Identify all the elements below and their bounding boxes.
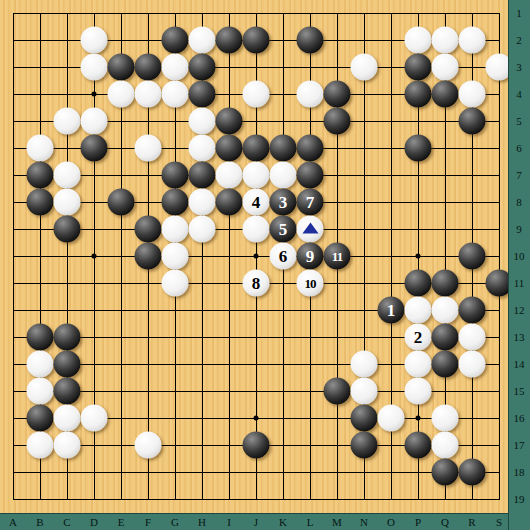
black-stone[interactable] [405,432,432,459]
white-stone[interactable] [27,378,54,405]
black-stone[interactable] [432,270,459,297]
move-number-label: 3 [279,194,288,211]
white-stone[interactable] [432,27,459,54]
black-stone[interactable] [459,459,486,486]
black-stone[interactable] [27,405,54,432]
column-label: G [171,516,179,528]
white-stone[interactable] [297,216,324,243]
row-label: 9 [516,223,522,235]
white-stone[interactable] [351,351,378,378]
white-stone[interactable] [54,189,81,216]
column-label: C [63,516,70,528]
row-label: 10 [514,250,525,262]
white-stone[interactable] [27,432,54,459]
black-stone[interactable] [162,189,189,216]
column-label: M [332,516,342,528]
row-label: 4 [516,88,522,100]
white-stone[interactable] [27,351,54,378]
move-number-label: 11 [332,250,342,263]
white-stone[interactable] [243,216,270,243]
column-label: A [9,516,17,528]
column-label: P [415,516,421,528]
white-stone[interactable] [81,27,108,54]
hoshi-point [254,416,259,421]
black-stone[interactable] [189,162,216,189]
white-stone[interactable] [432,405,459,432]
column-label: O [387,516,395,528]
hoshi-point [416,254,421,259]
grid-line-horizontal [13,499,500,500]
white-stone[interactable] [54,432,81,459]
row-label: 17 [514,439,525,451]
white-stone[interactable] [108,81,135,108]
white-stone[interactable] [432,54,459,81]
white-stone[interactable] [189,216,216,243]
white-stone[interactable] [405,297,432,324]
white-stone[interactable] [405,351,432,378]
black-stone[interactable] [459,297,486,324]
black-stone[interactable] [243,135,270,162]
row-label: 14 [514,358,525,370]
column-label: K [279,516,287,528]
white-stone[interactable] [135,432,162,459]
column-label: D [90,516,98,528]
move-number-label: 6 [279,248,288,265]
grid-line-vertical [499,13,500,500]
white-stone[interactable]: 8 [243,270,270,297]
move-number-label: 9 [306,248,315,265]
white-stone[interactable] [405,378,432,405]
row-label: 19 [514,493,525,505]
row-label: 16 [514,412,525,424]
black-stone[interactable] [324,81,351,108]
black-stone[interactable] [108,54,135,81]
white-stone[interactable] [432,297,459,324]
column-label-strip [0,513,530,530]
white-stone[interactable] [405,27,432,54]
white-stone[interactable] [135,135,162,162]
black-stone[interactable] [162,27,189,54]
white-stone[interactable] [189,135,216,162]
black-stone[interactable] [432,324,459,351]
move-number-label: 10 [305,277,316,290]
column-label: Q [441,516,449,528]
column-label: R [468,516,475,528]
black-stone[interactable] [324,108,351,135]
hoshi-point [92,254,97,259]
column-label: N [360,516,368,528]
move-number-label: 5 [279,221,288,238]
grid-line-horizontal [13,472,500,473]
black-stone[interactable] [216,108,243,135]
white-stone[interactable] [162,243,189,270]
white-stone[interactable] [432,432,459,459]
black-stone[interactable] [405,270,432,297]
black-stone[interactable] [459,108,486,135]
black-stone[interactable] [459,243,486,270]
white-stone[interactable] [459,81,486,108]
white-stone[interactable] [54,405,81,432]
black-stone[interactable] [54,324,81,351]
column-label: E [118,516,125,528]
black-stone[interactable] [189,54,216,81]
move-number-label: 1 [387,302,396,319]
move-number-label: 8 [252,275,261,292]
row-label: 2 [516,34,522,46]
black-stone[interactable] [27,324,54,351]
black-stone[interactable] [432,81,459,108]
column-label: H [198,516,206,528]
column-label: B [36,516,43,528]
black-stone[interactable] [189,81,216,108]
black-stone[interactable] [135,216,162,243]
black-stone[interactable] [81,135,108,162]
white-stone[interactable] [162,270,189,297]
white-stone[interactable] [189,108,216,135]
row-label: 7 [516,169,522,181]
move-number-label: 7 [306,194,315,211]
black-stone[interactable] [270,135,297,162]
row-label: 13 [514,331,525,343]
black-stone[interactable] [135,54,162,81]
black-stone[interactable] [297,27,324,54]
black-stone[interactable] [162,162,189,189]
white-stone[interactable] [81,108,108,135]
black-stone[interactable]: 1 [378,297,405,324]
go-board-diagram: 4375691181012 ABCDEFGHIJKLMNOPQRS1234567… [0,0,530,530]
white-stone[interactable] [243,162,270,189]
black-stone[interactable]: 9 [297,243,324,270]
row-label: 18 [514,466,525,478]
black-stone[interactable] [54,351,81,378]
white-stone[interactable] [189,189,216,216]
black-stone[interactable] [405,81,432,108]
white-stone[interactable] [351,378,378,405]
white-stone[interactable] [162,81,189,108]
black-stone[interactable] [216,27,243,54]
black-stone[interactable]: 7 [297,189,324,216]
black-stone[interactable] [27,189,54,216]
black-stone[interactable] [27,162,54,189]
move-number-label: 4 [252,194,261,211]
white-stone[interactable] [351,54,378,81]
column-label: J [254,516,258,528]
black-stone[interactable]: 3 [270,189,297,216]
white-stone[interactable] [27,135,54,162]
black-stone[interactable] [54,216,81,243]
white-stone[interactable]: 2 [405,324,432,351]
black-stone[interactable] [243,27,270,54]
white-stone[interactable] [378,405,405,432]
white-stone[interactable] [459,27,486,54]
white-stone[interactable] [216,162,243,189]
row-label: 1 [516,7,522,19]
black-stone[interactable] [135,243,162,270]
white-stone[interactable] [81,405,108,432]
row-label: 8 [516,196,522,208]
black-stone[interactable] [216,189,243,216]
move-number-label: 2 [414,329,423,346]
white-stone[interactable] [135,81,162,108]
white-stone[interactable] [81,54,108,81]
row-label: 15 [514,385,525,397]
hoshi-point [416,416,421,421]
black-stone[interactable] [108,189,135,216]
row-label: 6 [516,142,522,154]
black-stone[interactable] [297,162,324,189]
black-stone[interactable] [297,135,324,162]
white-stone[interactable] [243,81,270,108]
black-stone[interactable]: 5 [270,216,297,243]
column-label: F [145,516,151,528]
row-label: 5 [516,115,522,127]
row-label: 11 [514,277,525,289]
column-label: S [496,516,502,528]
black-stone[interactable] [405,135,432,162]
white-stone[interactable] [54,108,81,135]
black-stone[interactable] [432,459,459,486]
black-stone[interactable]: 11 [324,243,351,270]
black-stone[interactable] [432,351,459,378]
white-stone[interactable] [54,162,81,189]
column-label: I [227,516,231,528]
white-stone[interactable] [270,162,297,189]
black-stone[interactable] [243,432,270,459]
black-stone[interactable] [405,54,432,81]
white-stone[interactable]: 6 [270,243,297,270]
white-stone[interactable] [162,54,189,81]
black-stone[interactable] [351,432,378,459]
column-label: L [307,516,314,528]
row-label: 12 [514,304,525,316]
hoshi-point [254,254,259,259]
black-stone[interactable] [351,405,378,432]
triangle-marker [302,223,318,234]
white-stone[interactable] [162,216,189,243]
row-label: 3 [516,61,522,73]
white-stone[interactable] [297,81,324,108]
white-stone[interactable] [459,324,486,351]
white-stone[interactable] [459,351,486,378]
hoshi-point [92,92,97,97]
white-stone[interactable]: 4 [243,189,270,216]
black-stone[interactable] [216,135,243,162]
white-stone[interactable]: 10 [297,270,324,297]
black-stone[interactable] [54,378,81,405]
white-stone[interactable] [189,27,216,54]
black-stone[interactable] [324,378,351,405]
